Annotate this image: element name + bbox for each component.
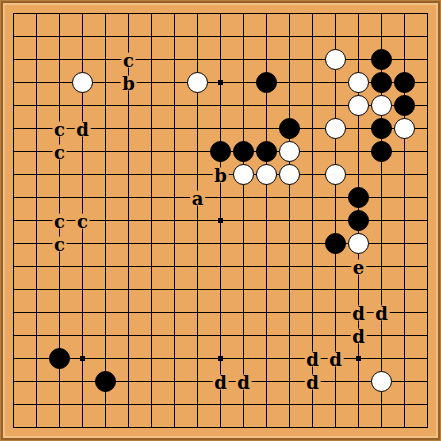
white-stone bbox=[279, 164, 300, 185]
black-stone bbox=[371, 49, 392, 70]
point-label-d: d bbox=[304, 351, 321, 366]
black-stone bbox=[49, 348, 70, 369]
point-label-d: d bbox=[74, 121, 91, 136]
point-label-c: c bbox=[121, 52, 136, 67]
black-stone bbox=[371, 72, 392, 93]
white-stone bbox=[371, 95, 392, 116]
white-stone bbox=[233, 164, 254, 185]
black-stone bbox=[371, 118, 392, 139]
point-label-c: c bbox=[52, 236, 67, 251]
white-stone bbox=[348, 95, 369, 116]
white-stone bbox=[256, 164, 277, 185]
black-stone bbox=[256, 141, 277, 162]
go-board: cbcdcbacccedddddddd bbox=[0, 0, 441, 441]
point-label-d: d bbox=[212, 374, 229, 389]
white-stone bbox=[325, 49, 346, 70]
point-label-d: d bbox=[304, 374, 321, 389]
black-stone bbox=[210, 141, 231, 162]
black-stone bbox=[371, 141, 392, 162]
white-stone bbox=[325, 164, 346, 185]
point-label-e: e bbox=[351, 259, 366, 274]
white-stone bbox=[371, 371, 392, 392]
point-label-c: c bbox=[52, 144, 67, 159]
black-stone bbox=[279, 118, 300, 139]
point-label-c: c bbox=[52, 213, 67, 228]
go-diagram: cbcdcbacccedddddddd bbox=[0, 0, 441, 441]
star-point bbox=[80, 356, 85, 361]
point-label-b: b bbox=[212, 167, 229, 182]
black-stone bbox=[348, 187, 369, 208]
point-label-c: c bbox=[52, 121, 67, 136]
point-label-c: c bbox=[75, 213, 90, 228]
point-label-d: d bbox=[350, 305, 367, 320]
white-stone bbox=[72, 72, 93, 93]
white-stone bbox=[348, 72, 369, 93]
black-stone bbox=[325, 233, 346, 254]
point-label-d: d bbox=[373, 305, 390, 320]
black-stone bbox=[394, 95, 415, 116]
star-point bbox=[218, 80, 223, 85]
white-stone bbox=[348, 233, 369, 254]
black-stone bbox=[95, 371, 116, 392]
black-stone bbox=[256, 72, 277, 93]
black-stone bbox=[394, 72, 415, 93]
white-stone bbox=[279, 141, 300, 162]
white-stone bbox=[187, 72, 208, 93]
white-stone bbox=[325, 118, 346, 139]
black-stone bbox=[233, 141, 254, 162]
star-point bbox=[218, 218, 223, 223]
star-point bbox=[218, 356, 223, 361]
star-point bbox=[356, 356, 361, 361]
point-label-b: b bbox=[120, 75, 137, 90]
point-label-d: d bbox=[327, 351, 344, 366]
point-label-d: d bbox=[350, 328, 367, 343]
point-label-a: a bbox=[190, 190, 206, 205]
white-stone bbox=[394, 118, 415, 139]
point-label-d: d bbox=[235, 374, 252, 389]
black-stone bbox=[348, 210, 369, 231]
